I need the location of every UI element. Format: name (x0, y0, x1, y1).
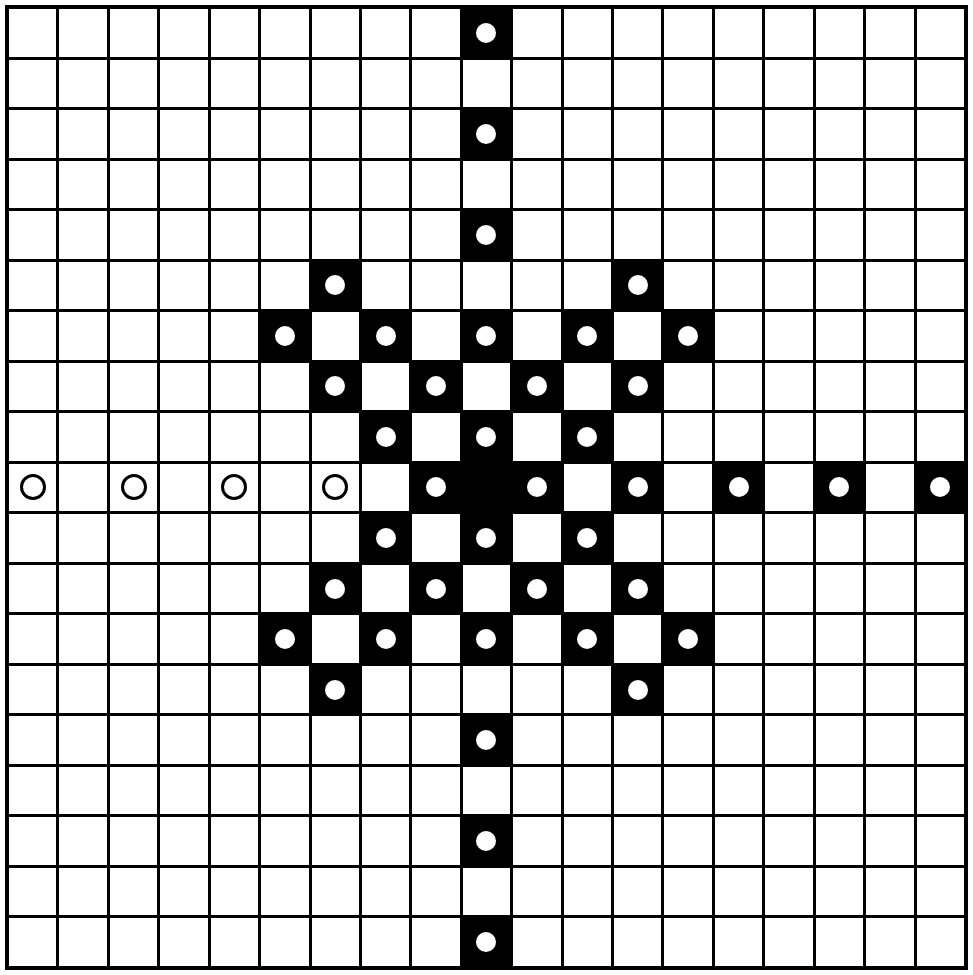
grid-cell[interactable] (412, 413, 459, 461)
grid-cell[interactable] (110, 211, 157, 259)
grid-cell[interactable] (564, 60, 611, 108)
grid-cell[interactable] (463, 868, 510, 916)
grid-cell[interactable] (261, 464, 308, 512)
grid-cell[interactable] (513, 110, 560, 158)
grid-cell[interactable] (715, 262, 762, 310)
grid-cell[interactable] (765, 413, 812, 461)
grid-cell[interactable] (564, 868, 611, 916)
grid-cell[interactable] (59, 716, 106, 764)
grid-cell[interactable] (816, 565, 863, 613)
grid-cell[interactable] (715, 110, 762, 158)
grid-cell[interactable] (9, 666, 56, 714)
grid-cell[interactable] (59, 514, 106, 562)
grid-cell[interactable] (765, 312, 812, 360)
grid-cell[interactable] (816, 262, 863, 310)
grid-cell[interactable] (564, 211, 611, 259)
grid-cell[interactable] (211, 413, 258, 461)
grid-cell[interactable] (9, 413, 56, 461)
grid-cell[interactable] (614, 514, 661, 562)
grid-cell[interactable] (866, 262, 913, 310)
grid-cell[interactable] (261, 716, 308, 764)
grid-cell[interactable] (513, 615, 560, 663)
grid-cell[interactable] (917, 60, 964, 108)
grid-cell[interactable] (261, 413, 308, 461)
grid-cell[interactable] (9, 565, 56, 613)
grid-cell[interactable] (765, 262, 812, 310)
grid-cell[interactable] (917, 565, 964, 613)
grid-cell[interactable] (765, 211, 812, 259)
grid-cell[interactable] (816, 110, 863, 158)
peg-cell[interactable] (463, 716, 510, 764)
grid-cell[interactable] (110, 363, 157, 411)
peg-cell[interactable] (312, 666, 359, 714)
grid-cell[interactable] (816, 60, 863, 108)
grid-cell[interactable] (614, 211, 661, 259)
grid-cell[interactable] (463, 262, 510, 310)
grid-cell[interactable] (917, 211, 964, 259)
grid-cell[interactable] (715, 211, 762, 259)
grid-cell[interactable] (362, 363, 409, 411)
grid-cell[interactable] (816, 9, 863, 57)
grid-cell[interactable] (9, 363, 56, 411)
peg-cell[interactable] (463, 514, 510, 562)
peg-cell[interactable] (463, 817, 510, 865)
grid-cell[interactable] (110, 918, 157, 966)
grid-cell[interactable] (564, 262, 611, 310)
peg-cell[interactable] (614, 464, 661, 512)
grid-cell[interactable] (866, 868, 913, 916)
grid-cell[interactable] (614, 161, 661, 209)
grid-cell[interactable] (211, 9, 258, 57)
grid-cell[interactable] (362, 161, 409, 209)
grid-cell[interactable] (312, 161, 359, 209)
grid-cell[interactable] (765, 817, 812, 865)
grid-cell[interactable] (715, 514, 762, 562)
grid-cell[interactable] (866, 514, 913, 562)
grid-cell[interactable] (160, 312, 207, 360)
grid-cell[interactable] (261, 161, 308, 209)
grid-cell[interactable] (664, 918, 711, 966)
grid-cell[interactable] (211, 918, 258, 966)
grid-cell[interactable] (9, 312, 56, 360)
peg-cell[interactable] (564, 312, 611, 360)
grid-cell[interactable] (715, 767, 762, 815)
grid-cell[interactable] (59, 413, 106, 461)
grid-cell[interactable] (715, 716, 762, 764)
grid-cell[interactable] (211, 262, 258, 310)
grid-cell[interactable] (160, 262, 207, 310)
grid-cell[interactable] (917, 817, 964, 865)
grid-cell[interactable] (160, 363, 207, 411)
grid-cell[interactable] (110, 262, 157, 310)
grid-cell[interactable] (564, 565, 611, 613)
grid-cell[interactable] (917, 363, 964, 411)
grid-cell[interactable] (362, 716, 409, 764)
grid-cell[interactable] (412, 918, 459, 966)
grid-cell[interactable] (59, 211, 106, 259)
grid-cell[interactable] (715, 312, 762, 360)
peg-cell[interactable] (463, 211, 510, 259)
grid-cell[interactable] (362, 211, 409, 259)
grid-cell[interactable] (59, 312, 106, 360)
grid-cell[interactable] (9, 514, 56, 562)
peg-cell[interactable] (564, 413, 611, 461)
grid-cell[interactable] (261, 363, 308, 411)
grid-cell[interactable] (412, 110, 459, 158)
peg-cell[interactable] (564, 615, 611, 663)
grid-cell[interactable] (513, 312, 560, 360)
grid-cell[interactable] (59, 262, 106, 310)
peg-cell[interactable] (312, 363, 359, 411)
grid-cell[interactable] (765, 666, 812, 714)
peg-cell[interactable] (463, 110, 510, 158)
grid-cell[interactable] (816, 363, 863, 411)
grid-cell[interactable] (362, 9, 409, 57)
grid-cell[interactable] (866, 666, 913, 714)
grid-cell[interactable] (312, 767, 359, 815)
grid-cell[interactable] (110, 514, 157, 562)
peg-cell[interactable] (513, 363, 560, 411)
grid-cell[interactable] (664, 565, 711, 613)
grid-cell[interactable] (866, 312, 913, 360)
peg-cell[interactable] (463, 9, 510, 57)
grid-cell[interactable] (917, 615, 964, 663)
grid-cell[interactable] (816, 868, 863, 916)
peg-cell[interactable] (664, 615, 711, 663)
grid-cell[interactable] (765, 60, 812, 108)
grid-cell[interactable] (59, 817, 106, 865)
grid-cell[interactable] (362, 817, 409, 865)
grid-cell[interactable] (614, 868, 661, 916)
grid-cell[interactable] (513, 666, 560, 714)
grid-cell[interactable] (614, 716, 661, 764)
grid-cell[interactable] (362, 262, 409, 310)
grid-cell[interactable] (160, 565, 207, 613)
peg-cell[interactable] (614, 565, 661, 613)
grid-cell[interactable] (917, 9, 964, 57)
grid-cell[interactable] (463, 565, 510, 613)
grid-cell[interactable] (917, 514, 964, 562)
grid-cell[interactable] (412, 615, 459, 663)
grid-cell[interactable] (513, 413, 560, 461)
peg-cell[interactable] (917, 464, 964, 512)
grid-cell[interactable] (110, 565, 157, 613)
grid-cell[interactable] (513, 161, 560, 209)
grid-cell[interactable] (412, 262, 459, 310)
peg-cell[interactable] (463, 918, 510, 966)
grid-cell[interactable] (816, 716, 863, 764)
grid-cell[interactable] (211, 716, 258, 764)
grid-cell[interactable] (312, 413, 359, 461)
grid-cell[interactable] (110, 767, 157, 815)
grid-cell[interactable] (917, 918, 964, 966)
grid-cell[interactable] (261, 9, 308, 57)
grid-cell[interactable] (261, 262, 308, 310)
grid-cell[interactable] (412, 817, 459, 865)
grid-cell[interactable] (866, 211, 913, 259)
grid-cell[interactable] (664, 60, 711, 108)
grid-cell[interactable] (59, 464, 106, 512)
grid-cell[interactable] (59, 60, 106, 108)
grid-cell[interactable] (261, 60, 308, 108)
grid-cell[interactable] (715, 918, 762, 966)
grid-cell[interactable] (211, 615, 258, 663)
grid-cell[interactable] (715, 413, 762, 461)
grid-cell[interactable] (110, 817, 157, 865)
peg-cell[interactable] (362, 413, 409, 461)
grid-cell[interactable] (59, 918, 106, 966)
grid-cell[interactable] (9, 262, 56, 310)
grid-cell[interactable] (765, 464, 812, 512)
grid-cell[interactable] (765, 9, 812, 57)
grid-cell[interactable] (513, 211, 560, 259)
grid-cell[interactable] (9, 615, 56, 663)
grid-cell[interactable] (614, 312, 661, 360)
grid-cell[interactable] (715, 9, 762, 57)
grid-cell[interactable] (816, 211, 863, 259)
grid-cell[interactable] (463, 666, 510, 714)
grid-cell[interactable] (412, 514, 459, 562)
grid-cell[interactable] (110, 161, 157, 209)
grid-cell[interactable] (160, 716, 207, 764)
grid-cell[interactable] (59, 767, 106, 815)
outline-hole-cell[interactable] (110, 464, 157, 512)
grid-cell[interactable] (866, 464, 913, 512)
grid-cell[interactable] (312, 716, 359, 764)
peg-cell[interactable] (513, 464, 560, 512)
grid-cell[interactable] (9, 716, 56, 764)
grid-cell[interactable] (211, 868, 258, 916)
peg-cell[interactable] (463, 413, 510, 461)
peg-cell[interactable] (463, 615, 510, 663)
grid-cell[interactable] (664, 464, 711, 512)
grid-cell[interactable] (463, 363, 510, 411)
grid-cell[interactable] (866, 60, 913, 108)
grid-cell[interactable] (9, 161, 56, 209)
grid-cell[interactable] (664, 666, 711, 714)
grid-cell[interactable] (110, 9, 157, 57)
grid-cell[interactable] (211, 565, 258, 613)
grid-cell[interactable] (664, 161, 711, 209)
grid-cell[interactable] (564, 161, 611, 209)
grid-cell[interactable] (564, 767, 611, 815)
grid-cell[interactable] (816, 767, 863, 815)
grid-cell[interactable] (765, 716, 812, 764)
grid-cell[interactable] (715, 60, 762, 108)
grid-cell[interactable] (816, 413, 863, 461)
grid-cell[interactable] (614, 110, 661, 158)
grid-cell[interactable] (312, 868, 359, 916)
grid-cell[interactable] (211, 363, 258, 411)
grid-cell[interactable] (160, 110, 207, 158)
grid-cell[interactable] (312, 60, 359, 108)
grid-cell[interactable] (614, 817, 661, 865)
grid-cell[interactable] (866, 9, 913, 57)
grid-cell[interactable] (110, 716, 157, 764)
grid-cell[interactable] (564, 110, 611, 158)
grid-cell[interactable] (261, 918, 308, 966)
grid-cell[interactable] (513, 60, 560, 108)
grid-cell[interactable] (765, 514, 812, 562)
grid-cell[interactable] (362, 767, 409, 815)
grid-cell[interactable] (664, 817, 711, 865)
outline-hole-cell[interactable] (312, 464, 359, 512)
grid-cell[interactable] (412, 312, 459, 360)
grid-cell[interactable] (312, 817, 359, 865)
grid-cell[interactable] (211, 666, 258, 714)
grid-cell[interactable] (866, 615, 913, 663)
grid-cell[interactable] (362, 868, 409, 916)
outline-hole-cell[interactable] (9, 464, 56, 512)
grid-cell[interactable] (513, 817, 560, 865)
peg-cell[interactable] (412, 464, 459, 512)
peg-cell[interactable] (614, 666, 661, 714)
grid-cell[interactable] (917, 868, 964, 916)
grid-cell[interactable] (9, 9, 56, 57)
grid-cell[interactable] (866, 565, 913, 613)
grid-cell[interactable] (110, 615, 157, 663)
peg-cell[interactable] (513, 565, 560, 613)
grid-cell[interactable] (513, 262, 560, 310)
grid-cell[interactable] (312, 9, 359, 57)
grid-cell[interactable] (312, 211, 359, 259)
grid-cell[interactable] (261, 110, 308, 158)
grid-cell[interactable] (715, 615, 762, 663)
grid-cell[interactable] (9, 110, 56, 158)
grid-cell[interactable] (261, 514, 308, 562)
grid-cell[interactable] (513, 716, 560, 764)
grid-cell[interactable] (664, 767, 711, 815)
grid-cell[interactable] (160, 918, 207, 966)
grid-cell[interactable] (412, 161, 459, 209)
grid-cell[interactable] (917, 666, 964, 714)
grid-cell[interactable] (412, 9, 459, 57)
grid-cell[interactable] (59, 565, 106, 613)
grid-cell[interactable] (211, 161, 258, 209)
grid-cell[interactable] (564, 666, 611, 714)
grid-cell[interactable] (614, 615, 661, 663)
grid-cell[interactable] (362, 110, 409, 158)
grid-cell[interactable] (664, 110, 711, 158)
grid-cell[interactable] (160, 161, 207, 209)
grid-cell[interactable] (614, 767, 661, 815)
grid-cell[interactable] (513, 918, 560, 966)
grid-cell[interactable] (362, 60, 409, 108)
grid-cell[interactable] (312, 918, 359, 966)
grid-cell[interactable] (715, 817, 762, 865)
grid-cell[interactable] (110, 413, 157, 461)
grid-cell[interactable] (412, 716, 459, 764)
grid-cell[interactable] (362, 918, 409, 966)
grid-cell[interactable] (9, 211, 56, 259)
grid-cell[interactable] (110, 312, 157, 360)
grid-cell[interactable] (160, 211, 207, 259)
peg-cell[interactable] (261, 615, 308, 663)
grid-cell[interactable] (664, 514, 711, 562)
grid-cell[interactable] (564, 918, 611, 966)
grid-cell[interactable] (816, 918, 863, 966)
grid-cell[interactable] (9, 767, 56, 815)
grid-cell[interactable] (816, 514, 863, 562)
grid-cell[interactable] (917, 312, 964, 360)
grid-cell[interactable] (59, 161, 106, 209)
peg-cell[interactable] (614, 262, 661, 310)
grid-cell[interactable] (261, 565, 308, 613)
grid-cell[interactable] (160, 615, 207, 663)
grid-cell[interactable] (513, 9, 560, 57)
grid-cell[interactable] (664, 211, 711, 259)
grid-cell[interactable] (9, 817, 56, 865)
grid-cell[interactable] (816, 615, 863, 663)
peg-cell[interactable] (312, 565, 359, 613)
grid-cell[interactable] (59, 868, 106, 916)
grid-cell[interactable] (110, 666, 157, 714)
peg-cell[interactable] (664, 312, 711, 360)
grid-cell[interactable] (765, 868, 812, 916)
grid-cell[interactable] (261, 666, 308, 714)
grid-cell[interactable] (715, 565, 762, 613)
peg-cell[interactable] (816, 464, 863, 512)
peg-cell[interactable] (614, 363, 661, 411)
grid-cell[interactable] (412, 767, 459, 815)
grid-cell[interactable] (866, 918, 913, 966)
grid-cell[interactable] (211, 514, 258, 562)
grid-cell[interactable] (412, 211, 459, 259)
center-cell[interactable] (463, 464, 510, 512)
grid-cell[interactable] (664, 9, 711, 57)
grid-cell[interactable] (211, 817, 258, 865)
grid-cell[interactable] (211, 767, 258, 815)
grid-cell[interactable] (564, 716, 611, 764)
grid-cell[interactable] (765, 110, 812, 158)
grid-cell[interactable] (664, 363, 711, 411)
grid-cell[interactable] (715, 666, 762, 714)
grid-cell[interactable] (110, 868, 157, 916)
grid-cell[interactable] (59, 615, 106, 663)
grid-cell[interactable] (917, 413, 964, 461)
grid-cell[interactable] (160, 9, 207, 57)
grid-cell[interactable] (917, 262, 964, 310)
grid-cell[interactable] (110, 110, 157, 158)
grid-cell[interactable] (463, 60, 510, 108)
grid-cell[interactable] (715, 868, 762, 916)
grid-cell[interactable] (917, 716, 964, 764)
grid-cell[interactable] (917, 161, 964, 209)
grid-cell[interactable] (513, 767, 560, 815)
peg-cell[interactable] (412, 565, 459, 613)
grid-cell[interactable] (211, 110, 258, 158)
grid-cell[interactable] (261, 817, 308, 865)
grid-cell[interactable] (312, 514, 359, 562)
grid-cell[interactable] (59, 363, 106, 411)
grid-cell[interactable] (866, 817, 913, 865)
peg-cell[interactable] (362, 615, 409, 663)
grid-cell[interactable] (9, 868, 56, 916)
grid-cell[interactable] (564, 464, 611, 512)
grid-cell[interactable] (614, 9, 661, 57)
grid-cell[interactable] (664, 413, 711, 461)
grid-cell[interactable] (261, 767, 308, 815)
peg-cell[interactable] (312, 262, 359, 310)
grid-cell[interactable] (463, 161, 510, 209)
grid-cell[interactable] (110, 60, 157, 108)
grid-cell[interactable] (866, 161, 913, 209)
grid-cell[interactable] (211, 312, 258, 360)
grid-cell[interactable] (765, 615, 812, 663)
grid-cell[interactable] (160, 868, 207, 916)
grid-cell[interactable] (362, 464, 409, 512)
grid-cell[interactable] (211, 60, 258, 108)
